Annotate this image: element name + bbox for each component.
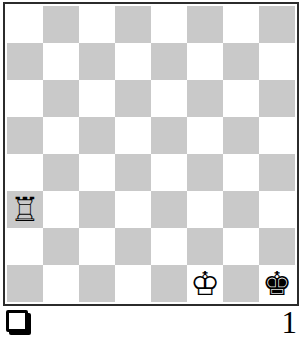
problem-number: 1: [282, 306, 298, 340]
square-h7[interactable]: [259, 43, 295, 80]
square-d5[interactable]: [115, 117, 151, 154]
square-e2[interactable]: [151, 228, 187, 265]
square-d8[interactable]: [115, 6, 151, 43]
square-d6[interactable]: [115, 80, 151, 117]
square-a6[interactable]: [7, 80, 43, 117]
white-to-move-indicator: [6, 310, 28, 332]
square-a3[interactable]: ♖: [7, 191, 43, 228]
square-h2[interactable]: [259, 228, 295, 265]
square-e8[interactable]: [151, 6, 187, 43]
square-c4[interactable]: [79, 154, 115, 191]
square-c3[interactable]: [79, 191, 115, 228]
square-f6[interactable]: [187, 80, 223, 117]
square-g5[interactable]: [223, 117, 259, 154]
white-rook: ♖: [10, 192, 40, 228]
square-b2[interactable]: [43, 228, 79, 265]
square-a7[interactable]: [7, 43, 43, 80]
square-e6[interactable]: [151, 80, 187, 117]
square-f3[interactable]: [187, 191, 223, 228]
square-a4[interactable]: [7, 154, 43, 191]
square-h3[interactable]: [259, 191, 295, 228]
chess-board: ♖♔♚: [3, 2, 299, 306]
square-c1[interactable]: [79, 265, 115, 302]
square-d3[interactable]: [115, 191, 151, 228]
square-g7[interactable]: [223, 43, 259, 80]
square-b7[interactable]: [43, 43, 79, 80]
square-a5[interactable]: [7, 117, 43, 154]
square-h5[interactable]: [259, 117, 295, 154]
square-g8[interactable]: [223, 6, 259, 43]
square-g2[interactable]: [223, 228, 259, 265]
square-g1[interactable]: [223, 265, 259, 302]
square-e5[interactable]: [151, 117, 187, 154]
square-g3[interactable]: [223, 191, 259, 228]
square-d7[interactable]: [115, 43, 151, 80]
square-d4[interactable]: [115, 154, 151, 191]
square-b5[interactable]: [43, 117, 79, 154]
white-king: ♔: [190, 266, 220, 302]
square-f4[interactable]: [187, 154, 223, 191]
square-g4[interactable]: [223, 154, 259, 191]
square-d2[interactable]: [115, 228, 151, 265]
square-c5[interactable]: [79, 117, 115, 154]
square-e4[interactable]: [151, 154, 187, 191]
square-a1[interactable]: [7, 265, 43, 302]
diagram-footer: 1: [0, 306, 302, 340]
square-c7[interactable]: [79, 43, 115, 80]
square-e1[interactable]: [151, 265, 187, 302]
square-f5[interactable]: [187, 117, 223, 154]
square-g6[interactable]: [223, 80, 259, 117]
square-b1[interactable]: [43, 265, 79, 302]
square-h1[interactable]: ♚: [259, 265, 295, 302]
square-e3[interactable]: [151, 191, 187, 228]
square-b8[interactable]: [43, 6, 79, 43]
square-h6[interactable]: [259, 80, 295, 117]
square-b3[interactable]: [43, 191, 79, 228]
square-b6[interactable]: [43, 80, 79, 117]
square-b4[interactable]: [43, 154, 79, 191]
square-a2[interactable]: [7, 228, 43, 265]
square-f2[interactable]: [187, 228, 223, 265]
square-a8[interactable]: [7, 6, 43, 43]
square-f1[interactable]: ♔: [187, 265, 223, 302]
black-king: ♚: [262, 266, 292, 302]
square-f7[interactable]: [187, 43, 223, 80]
square-c8[interactable]: [79, 6, 115, 43]
square-h4[interactable]: [259, 154, 295, 191]
square-d1[interactable]: [115, 265, 151, 302]
square-e7[interactable]: [151, 43, 187, 80]
square-c2[interactable]: [79, 228, 115, 265]
square-h8[interactable]: [259, 6, 295, 43]
square-c6[interactable]: [79, 80, 115, 117]
square-f8[interactable]: [187, 6, 223, 43]
